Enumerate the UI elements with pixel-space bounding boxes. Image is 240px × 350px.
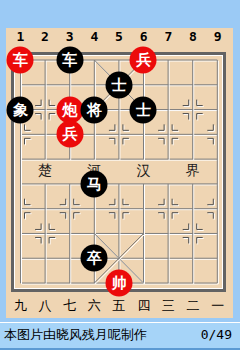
top-file-label: 5 xyxy=(107,29,132,44)
board-point-f1r3[interactable]: 象 xyxy=(8,97,33,122)
board-point-f6r6[interactable] xyxy=(131,171,156,196)
board-point-f8r5[interactable] xyxy=(180,147,205,172)
file-numbers-bottom: 九八七六五四三二一 xyxy=(8,297,230,313)
board-point-f8r10[interactable] xyxy=(180,271,205,296)
piece-red-chariot[interactable]: 车 xyxy=(7,46,34,73)
bottom-file-label: 七 xyxy=(57,297,82,315)
board-point-f7r4[interactable] xyxy=(156,122,181,147)
board-point-f7r5[interactable] xyxy=(156,147,181,172)
board-point-f2r9[interactable] xyxy=(33,246,58,271)
board-point-f5r5[interactable] xyxy=(107,147,132,172)
board-point-f1r8[interactable] xyxy=(8,221,33,246)
board-point-f2r10[interactable] xyxy=(33,271,58,296)
board-point-f3r3[interactable]: 炮 xyxy=(57,97,82,122)
bottom-file-label: 九 xyxy=(8,297,33,315)
board-point-f6r1[interactable]: 兵 xyxy=(131,48,156,73)
board-point-f1r2[interactable] xyxy=(8,72,33,97)
piece-black-horse[interactable]: 马 xyxy=(81,170,108,197)
board-point-f1r6[interactable] xyxy=(8,171,33,196)
board-point-f3r1[interactable]: 车 xyxy=(57,48,82,73)
board-point-f5r7[interactable] xyxy=(107,196,132,221)
move-counter: 0/49 xyxy=(201,327,232,342)
piece-black-advisor[interactable]: 士 xyxy=(105,71,132,98)
piece-black-elephant[interactable]: 象 xyxy=(7,96,34,123)
board-point-f6r8[interactable] xyxy=(131,221,156,246)
bottom-file-label: 三 xyxy=(156,297,181,315)
board-point-f5r2[interactable]: 士 xyxy=(107,72,132,97)
board-point-f1r9[interactable] xyxy=(8,246,33,271)
credit-text: 本图片由晓风残月呢制作 xyxy=(4,326,147,344)
piece-red-general[interactable]: 帅 xyxy=(105,270,132,297)
board-point-f3r8[interactable] xyxy=(57,221,82,246)
board-point-f3r9[interactable] xyxy=(57,246,82,271)
board-point-f7r2[interactable] xyxy=(156,72,181,97)
board-point-f6r5[interactable] xyxy=(131,147,156,172)
board-point-f9r4[interactable] xyxy=(205,122,230,147)
board-point-f6r3[interactable]: 士 xyxy=(131,97,156,122)
board-point-f9r6[interactable] xyxy=(205,171,230,196)
board-point-f6r2[interactable] xyxy=(131,72,156,97)
bottom-file-label: 五 xyxy=(107,297,132,315)
board-point-f2r8[interactable] xyxy=(33,221,58,246)
board-point-f8r1[interactable] xyxy=(180,48,205,73)
board-point-f7r8[interactable] xyxy=(156,221,181,246)
board-point-f2r4[interactable] xyxy=(33,122,58,147)
piece-black-chariot[interactable]: 车 xyxy=(56,46,83,73)
board-point-f1r10[interactable] xyxy=(8,271,33,296)
board-point-f2r1[interactable] xyxy=(33,48,58,73)
board-point-f3r5[interactable] xyxy=(57,147,82,172)
top-file-label: 1 xyxy=(8,29,33,44)
board-point-f1r1[interactable]: 车 xyxy=(8,48,33,73)
board-point-f2r2[interactable] xyxy=(33,72,58,97)
board-point-f7r10[interactable] xyxy=(156,271,181,296)
board-point-f9r2[interactable] xyxy=(205,72,230,97)
board-point-f3r2[interactable] xyxy=(57,72,82,97)
board-point-f9r5[interactable] xyxy=(205,147,230,172)
board-point-f8r8[interactable] xyxy=(180,221,205,246)
board-point-f4r8[interactable] xyxy=(82,221,107,246)
board-point-f4r1[interactable] xyxy=(82,48,107,73)
board-point-f4r10[interactable] xyxy=(82,271,107,296)
bottom-file-label: 六 xyxy=(82,297,107,315)
board-point-f4r5[interactable] xyxy=(82,147,107,172)
board-point-f3r4[interactable]: 兵 xyxy=(57,122,82,147)
board-point-f7r6[interactable] xyxy=(156,171,181,196)
board-point-f7r1[interactable] xyxy=(156,48,181,73)
board-point-f9r10[interactable] xyxy=(205,271,230,296)
board-point-f5r6[interactable] xyxy=(107,171,132,196)
board-point-f5r8[interactable] xyxy=(107,221,132,246)
piece-black-general[interactable]: 将 xyxy=(81,96,108,123)
board-point-f6r10[interactable] xyxy=(131,271,156,296)
board-point-f5r1[interactable] xyxy=(107,48,132,73)
board-point-f9r1[interactable] xyxy=(205,48,230,73)
top-file-label: 8 xyxy=(181,29,206,44)
board-point-f4r9[interactable]: 卒 xyxy=(82,246,107,271)
board-point-f8r9[interactable] xyxy=(180,246,205,271)
board-point-f2r7[interactable] xyxy=(33,196,58,221)
xiangqi-app-window: 123456789 楚河汉界 车车兵士象炮将士兵马卒帅 九八七六五四三二一 本图… xyxy=(0,0,240,350)
board-point-f3r10[interactable] xyxy=(57,271,82,296)
piece-red-soldier[interactable]: 兵 xyxy=(56,121,83,148)
bottom-file-label: 八 xyxy=(33,297,58,315)
board-point-f6r7[interactable] xyxy=(131,196,156,221)
board-point-f4r4[interactable] xyxy=(82,122,107,147)
board-point-f9r7[interactable] xyxy=(205,196,230,221)
piece-black-advisor[interactable]: 士 xyxy=(130,96,157,123)
piece-red-cannon[interactable]: 炮 xyxy=(56,96,83,123)
board-point-f2r3[interactable] xyxy=(33,97,58,122)
board-point-f7r9[interactable] xyxy=(156,246,181,271)
board-point-f7r7[interactable] xyxy=(156,196,181,221)
board-point-f9r3[interactable] xyxy=(205,97,230,122)
top-file-label: 4 xyxy=(82,29,107,44)
board-point-f6r9[interactable] xyxy=(131,246,156,271)
top-file-label: 6 xyxy=(131,29,156,44)
board-point-f4r2[interactable] xyxy=(82,72,107,97)
bottom-file-label: 二 xyxy=(181,297,206,315)
board-point-f9r9[interactable] xyxy=(205,246,230,271)
board-point-f8r4[interactable] xyxy=(180,122,205,147)
bottom-file-label: 四 xyxy=(131,297,156,315)
top-file-label: 7 xyxy=(156,29,181,44)
board-point-f2r6[interactable] xyxy=(33,171,58,196)
top-file-label: 9 xyxy=(205,29,230,44)
board-point-f3r7[interactable] xyxy=(57,196,82,221)
top-file-label: 3 xyxy=(57,29,82,44)
board-point-f1r5[interactable] xyxy=(8,147,33,172)
board-point-f9r8[interactable] xyxy=(205,221,230,246)
bottom-file-label: 一 xyxy=(205,297,230,315)
board-point-f1r7[interactable] xyxy=(8,196,33,221)
board-point-f3r6[interactable] xyxy=(57,171,82,196)
board-point-f7r3[interactable] xyxy=(156,97,181,122)
board-point-f1r4[interactable] xyxy=(8,122,33,147)
piece-red-soldier[interactable]: 兵 xyxy=(130,46,157,73)
board-point-f4r7[interactable] xyxy=(82,196,107,221)
status-bar: 本图片由晓风残月呢制作 0/49 xyxy=(0,323,240,350)
board-point-f2r5[interactable] xyxy=(33,147,58,172)
board: 车车兵士象炮将士兵马卒帅 xyxy=(8,48,229,296)
file-numbers-top: 123456789 xyxy=(8,29,230,44)
board-point-f5r3[interactable] xyxy=(107,97,132,122)
board-point-f8r6[interactable] xyxy=(180,171,205,196)
board-point-f4r3[interactable]: 将 xyxy=(82,97,107,122)
board-point-f8r2[interactable] xyxy=(180,72,205,97)
board-point-f5r4[interactable] xyxy=(107,122,132,147)
board-point-f5r9[interactable] xyxy=(107,246,132,271)
piece-black-soldier[interactable]: 卒 xyxy=(81,245,108,272)
board-point-f8r3[interactable] xyxy=(180,97,205,122)
board-point-f4r6[interactable]: 马 xyxy=(82,171,107,196)
board-point-f5r10[interactable]: 帅 xyxy=(107,271,132,296)
board-point-f8r7[interactable] xyxy=(180,196,205,221)
board-point-f6r4[interactable] xyxy=(131,122,156,147)
top-file-label: 2 xyxy=(33,29,58,44)
